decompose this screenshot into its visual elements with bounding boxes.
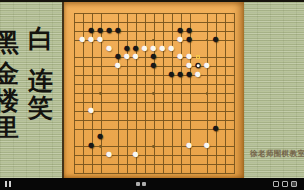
pause-icon[interactable] — [5, 181, 11, 187]
hint-marker — [196, 55, 200, 59]
white-stone: ● — [158, 44, 167, 53]
white-stone: ● — [105, 44, 114, 53]
white-stone: ● — [131, 52, 140, 61]
white-stone: ● — [176, 35, 185, 44]
black-stone: ● — [149, 61, 158, 70]
white-stone: ● — [202, 61, 211, 70]
white-stone: ● — [140, 44, 149, 53]
right-panel: 徐老师围棋教室 — [244, 0, 304, 178]
star-point — [152, 145, 155, 148]
black-stone: ● — [113, 26, 122, 35]
player-char: 白 — [27, 25, 54, 52]
white-stone: ● — [122, 52, 131, 61]
black-player-vertical-text: 黑金楼里 — [0, 29, 20, 141]
white-stone: ● — [202, 141, 211, 150]
player-char: 楼 — [0, 87, 20, 114]
star-point — [99, 145, 102, 148]
black-stone: ● — [211, 35, 220, 44]
star-point — [152, 92, 155, 95]
black-stone: ● — [167, 70, 176, 79]
star-point — [99, 92, 102, 95]
white-stone: ● — [113, 61, 122, 70]
white-stone: ● — [105, 150, 114, 159]
white-stone: ● — [176, 52, 185, 61]
white-stone: ● — [167, 44, 176, 53]
board-grid: ●●●●●●●●●●●●●●●●●●●●●●●●●●●●●●●●●●●●●●●●… — [69, 9, 238, 178]
black-stone: ● — [105, 26, 114, 35]
black-stone: ● — [176, 70, 185, 79]
left-panel: 黑金楼里 白连笑 — [0, 0, 62, 178]
black-stone: ● — [87, 141, 96, 150]
star-point — [206, 39, 209, 42]
watermark-text: 徐老师围棋教室 — [250, 149, 304, 159]
player-char: 里 — [0, 114, 20, 141]
white-stone: ● — [131, 150, 140, 159]
player-char: 金 — [0, 60, 20, 87]
black-stone: ● — [185, 70, 194, 79]
go-board: ●●●●●●●●●●●●●●●●●●●●●●●●●●●●●●●●●●●●●●●●… — [62, 0, 244, 178]
black-stone: ● — [211, 124, 220, 133]
star-point — [206, 92, 209, 95]
player-char: 笑 — [27, 94, 54, 121]
black-stone: ● — [96, 133, 105, 142]
white-stone: ● — [185, 141, 194, 150]
white-stone: ● — [78, 35, 87, 44]
miniplayer-icon[interactable] — [282, 181, 288, 187]
white-stone: ● — [87, 106, 96, 115]
white-stone: ● — [87, 35, 96, 44]
player-char: 连 — [27, 67, 54, 94]
player-char: 黑 — [0, 29, 20, 56]
white-stone: ● — [193, 70, 202, 79]
video-control-bar — [0, 178, 304, 190]
badge-icon[interactable] — [136, 182, 140, 186]
white-player-vertical-text: 白连笑 — [27, 25, 54, 121]
fullscreen-icon[interactable] — [291, 181, 297, 187]
black-stone: ● — [185, 35, 194, 44]
letterbox-line — [0, 0, 304, 2]
white-stone: ● — [96, 35, 105, 44]
badge-icon[interactable] — [142, 182, 146, 186]
settings-icon[interactable] — [273, 181, 279, 187]
